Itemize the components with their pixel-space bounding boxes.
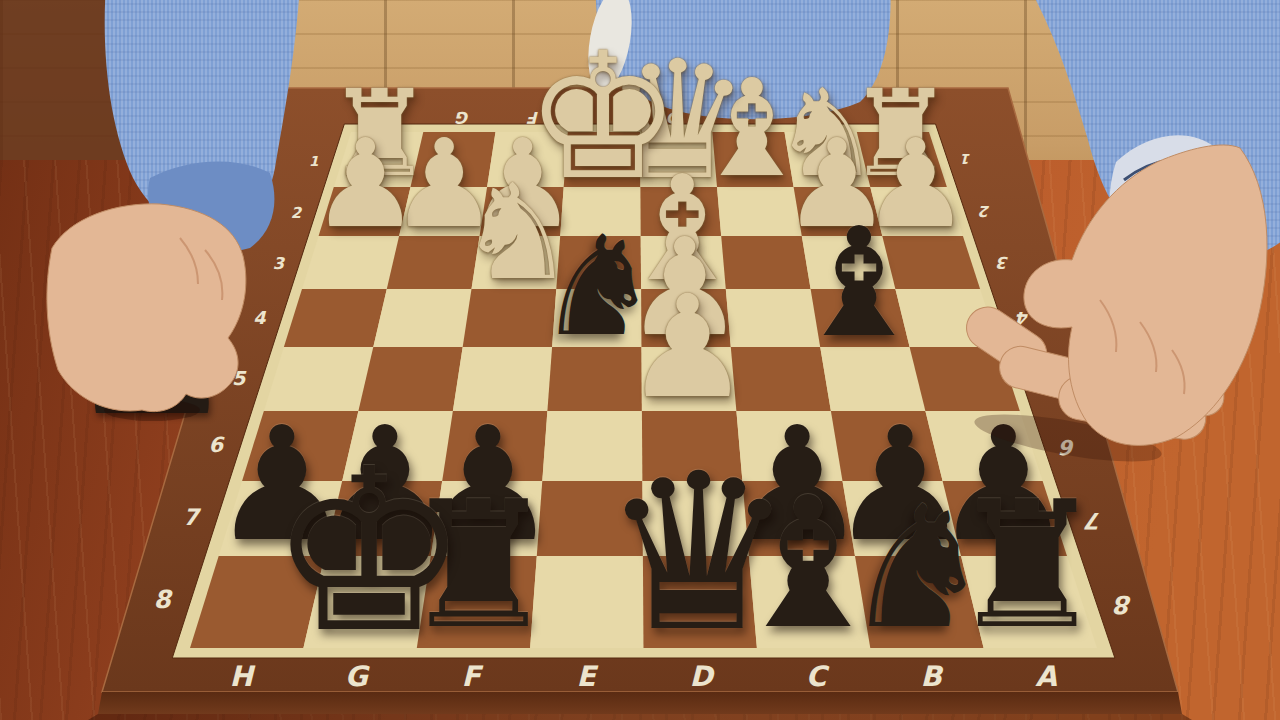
- left-palm: [47, 204, 246, 412]
- left-hand: [47, 204, 246, 412]
- scene: HGFEDCBAHGFEDCBA1234567812345678 ♜♞♝♛♚♜♟…: [0, 0, 1280, 720]
- hands-layer: [0, 0, 1280, 720]
- right-hand: [958, 145, 1267, 445]
